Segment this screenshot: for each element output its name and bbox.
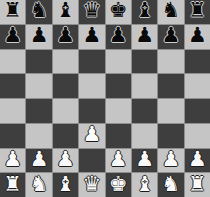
square-f7[interactable]: ♟ xyxy=(132,25,157,49)
piece-black-bishop: ♝ xyxy=(135,0,154,21)
square-e7[interactable]: ♟ xyxy=(106,25,131,49)
piece-black-pawn: ♟ xyxy=(109,25,128,46)
piece-black-knight: ♞ xyxy=(30,0,49,21)
square-c6[interactable] xyxy=(53,50,78,74)
square-g3[interactable] xyxy=(158,124,183,148)
square-e5[interactable] xyxy=(106,74,131,98)
square-c5[interactable] xyxy=(53,74,78,98)
square-h8[interactable]: ♜ xyxy=(185,0,210,24)
square-e3[interactable] xyxy=(106,124,131,148)
square-f4[interactable] xyxy=(132,99,157,123)
square-e2[interactable]: ♟ xyxy=(106,149,131,173)
piece-white-pawn: ♟ xyxy=(109,149,128,170)
square-e4[interactable] xyxy=(106,99,131,123)
square-f3[interactable] xyxy=(132,124,157,148)
square-h3[interactable] xyxy=(185,124,210,148)
piece-white-knight: ♞ xyxy=(162,174,181,195)
square-d1[interactable]: ♛ xyxy=(79,173,104,197)
square-c7[interactable]: ♟ xyxy=(53,25,78,49)
square-d5[interactable] xyxy=(79,74,104,98)
piece-black-pawn: ♟ xyxy=(3,25,22,46)
square-d7[interactable]: ♟ xyxy=(79,25,104,49)
square-e8[interactable]: ♚ xyxy=(106,0,131,24)
piece-black-pawn: ♟ xyxy=(56,25,75,46)
piece-white-pawn: ♟ xyxy=(188,149,207,170)
square-c8[interactable]: ♝ xyxy=(53,0,78,24)
square-g7[interactable]: ♟ xyxy=(158,25,183,49)
piece-black-queen: ♛ xyxy=(82,0,101,21)
piece-white-pawn: ♟ xyxy=(162,149,181,170)
square-b3[interactable] xyxy=(26,124,51,148)
square-h2[interactable]: ♟ xyxy=(185,149,210,173)
square-e1[interactable]: ♚ xyxy=(106,173,131,197)
square-a4[interactable] xyxy=(0,99,25,123)
square-f2[interactable]: ♟ xyxy=(132,149,157,173)
piece-black-pawn: ♟ xyxy=(135,25,154,46)
square-b5[interactable] xyxy=(26,74,51,98)
square-c4[interactable] xyxy=(53,99,78,123)
square-g4[interactable] xyxy=(158,99,183,123)
square-a6[interactable] xyxy=(0,50,25,74)
square-c3[interactable] xyxy=(53,124,78,148)
square-c1[interactable]: ♝ xyxy=(53,173,78,197)
square-d4[interactable] xyxy=(79,99,104,123)
square-f5[interactable] xyxy=(132,74,157,98)
square-b2[interactable]: ♟ xyxy=(26,149,51,173)
piece-black-pawn: ♟ xyxy=(82,25,101,46)
square-g8[interactable]: ♞ xyxy=(158,0,183,24)
square-b1[interactable]: ♞ xyxy=(26,173,51,197)
square-d2[interactable] xyxy=(79,149,104,173)
piece-black-pawn: ♟ xyxy=(30,25,49,46)
square-g5[interactable] xyxy=(158,74,183,98)
square-a5[interactable] xyxy=(0,74,25,98)
square-a3[interactable] xyxy=(0,124,25,148)
square-f1[interactable]: ♝ xyxy=(132,173,157,197)
square-g1[interactable]: ♞ xyxy=(158,173,183,197)
piece-white-pawn: ♟ xyxy=(30,149,49,170)
square-f8[interactable]: ♝ xyxy=(132,0,157,24)
piece-black-rook: ♜ xyxy=(3,0,22,21)
square-f6[interactable] xyxy=(132,50,157,74)
square-b6[interactable] xyxy=(26,50,51,74)
square-c2[interactable]: ♟ xyxy=(53,149,78,173)
square-h7[interactable]: ♟ xyxy=(185,25,210,49)
square-h1[interactable]: ♜ xyxy=(185,173,210,197)
piece-white-rook: ♜ xyxy=(3,174,22,195)
square-g6[interactable] xyxy=(158,50,183,74)
square-g2[interactable]: ♟ xyxy=(158,149,183,173)
square-a2[interactable]: ♟ xyxy=(0,149,25,173)
square-d8[interactable]: ♛ xyxy=(79,0,104,24)
square-b8[interactable]: ♞ xyxy=(26,0,51,24)
square-a8[interactable]: ♜ xyxy=(0,0,25,24)
piece-white-knight: ♞ xyxy=(30,174,49,195)
square-a1[interactable]: ♜ xyxy=(0,173,25,197)
square-d6[interactable] xyxy=(79,50,104,74)
piece-white-king: ♚ xyxy=(109,174,128,195)
piece-black-knight: ♞ xyxy=(162,0,181,21)
piece-white-pawn: ♟ xyxy=(135,149,154,170)
square-d3[interactable]: ♟ xyxy=(79,124,104,148)
piece-black-pawn: ♟ xyxy=(162,25,181,46)
square-b4[interactable] xyxy=(26,99,51,123)
square-a7[interactable]: ♟ xyxy=(0,25,25,49)
piece-white-bishop: ♝ xyxy=(56,174,75,195)
piece-black-pawn: ♟ xyxy=(188,25,207,46)
piece-black-bishop: ♝ xyxy=(56,0,75,21)
square-h4[interactable] xyxy=(185,99,210,123)
square-e6[interactable] xyxy=(106,50,131,74)
piece-white-pawn: ♟ xyxy=(56,149,75,170)
square-h5[interactable] xyxy=(185,74,210,98)
piece-white-queen: ♛ xyxy=(82,174,101,195)
square-b7[interactable]: ♟ xyxy=(26,25,51,49)
piece-black-rook: ♜ xyxy=(188,0,207,21)
piece-white-pawn: ♟ xyxy=(3,149,22,170)
chess-board: ♜♞♝♛♚♝♞♜♟♟♟♟♟♟♟♟♟♟♟♟♟♟♟♟♜♞♝♛♚♝♞♜ xyxy=(0,0,210,197)
square-h6[interactable] xyxy=(185,50,210,74)
piece-white-pawn: ♟ xyxy=(82,124,101,145)
piece-white-bishop: ♝ xyxy=(135,174,154,195)
piece-black-king: ♚ xyxy=(109,0,128,21)
piece-white-rook: ♜ xyxy=(188,174,207,195)
chess-board-window: ♜♞♝♛♚♝♞♜♟♟♟♟♟♟♟♟♟♟♟♟♟♟♟♟♜♞♝♛♚♝♞♜ xyxy=(0,0,210,197)
